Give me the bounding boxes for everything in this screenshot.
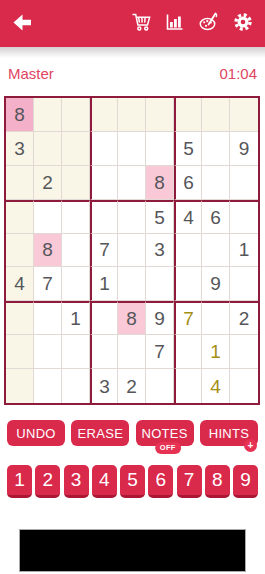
hints-label: HINTS bbox=[209, 426, 250, 441]
sudoku-cell-r8c1[interactable] bbox=[6, 335, 34, 369]
settings-gear-icon bbox=[232, 11, 254, 36]
ad-banner[interactable] bbox=[19, 529, 246, 572]
sudoku-cell-r2c5[interactable] bbox=[118, 132, 146, 166]
sudoku-cell-r5c1[interactable] bbox=[6, 234, 34, 268]
sudoku-cell-r1c1[interactable]: 8 bbox=[6, 98, 34, 132]
sudoku-cell-r3c6[interactable]: 8 bbox=[146, 166, 174, 200]
sudoku-board: 8359286546873147191897271324 bbox=[4, 96, 260, 405]
sudoku-cell-r2c9[interactable]: 9 bbox=[230, 132, 258, 166]
sudoku-cell-r8c6[interactable]: 7 bbox=[146, 335, 174, 369]
sudoku-cell-r1c5[interactable] bbox=[118, 98, 146, 132]
sudoku-cell-r4c2[interactable] bbox=[34, 200, 62, 234]
settings-button[interactable] bbox=[232, 11, 254, 36]
sudoku-cell-r8c4[interactable] bbox=[90, 335, 118, 369]
sudoku-cell-r9c5[interactable]: 2 bbox=[118, 369, 146, 403]
sudoku-cell-r2c1[interactable]: 3 bbox=[6, 132, 34, 166]
sudoku-cell-r6c8[interactable]: 9 bbox=[202, 267, 230, 301]
sudoku-cell-r7c7[interactable]: 7 bbox=[174, 301, 202, 335]
sudoku-cell-r4c9[interactable] bbox=[230, 200, 258, 234]
sudoku-cell-r9c3[interactable] bbox=[62, 369, 90, 403]
sudoku-cell-r2c7[interactable]: 5 bbox=[174, 132, 202, 166]
sudoku-cell-r8c8[interactable]: 1 bbox=[202, 335, 230, 369]
sudoku-cell-r1c3[interactable] bbox=[62, 98, 90, 132]
sudoku-cell-r8c7[interactable] bbox=[174, 335, 202, 369]
sudoku-cell-r6c9[interactable] bbox=[230, 267, 258, 301]
shopping-cart-icon bbox=[131, 12, 152, 35]
sudoku-cell-r6c1[interactable]: 4 bbox=[6, 267, 34, 301]
numpad-button-1[interactable]: 1 bbox=[7, 465, 32, 498]
sudoku-app: Master 01:04 835928654687314719189727132… bbox=[0, 0, 265, 574]
sudoku-cell-r7c8[interactable] bbox=[202, 301, 230, 335]
hints-plus-badge: + bbox=[244, 439, 257, 452]
sudoku-cell-r2c6[interactable] bbox=[146, 132, 174, 166]
sudoku-cell-r5c2[interactable]: 8 bbox=[34, 234, 62, 268]
sudoku-cell-r6c6[interactable] bbox=[146, 267, 174, 301]
sudoku-cell-r1c2[interactable] bbox=[34, 98, 62, 132]
topbar-icon-group bbox=[131, 11, 254, 36]
notes-label: NOTES bbox=[142, 426, 188, 441]
sudoku-cell-r1c9[interactable] bbox=[230, 98, 258, 132]
sudoku-cell-r3c8[interactable] bbox=[202, 166, 230, 200]
sudoku-cell-r9c9[interactable] bbox=[230, 369, 258, 403]
sudoku-cell-r5c7[interactable] bbox=[174, 234, 202, 268]
numpad-button-7[interactable]: 7 bbox=[177, 465, 202, 498]
sudoku-cell-r4c4[interactable] bbox=[90, 200, 118, 234]
sudoku-cell-r3c4[interactable] bbox=[90, 166, 118, 200]
undo-label: UNDO bbox=[16, 426, 55, 441]
sudoku-cell-r3c2[interactable]: 2 bbox=[34, 166, 62, 200]
sudoku-cell-r7c4[interactable] bbox=[90, 301, 118, 335]
numpad-button-6[interactable]: 6 bbox=[148, 465, 173, 498]
notes-button[interactable]: NOTES OFF bbox=[136, 420, 194, 446]
sudoku-cell-r3c7[interactable]: 6 bbox=[174, 166, 202, 200]
sudoku-cell-r9c2[interactable] bbox=[34, 369, 62, 403]
erase-button[interactable]: ERASE bbox=[71, 420, 129, 446]
sudoku-cell-r5c5[interactable] bbox=[118, 234, 146, 268]
sudoku-cell-r8c3[interactable] bbox=[62, 335, 90, 369]
action-bar: UNDO ERASE NOTES OFF HINTS + bbox=[7, 420, 258, 446]
shop-button[interactable] bbox=[131, 12, 152, 35]
statistics-button[interactable] bbox=[165, 12, 185, 35]
sudoku-cell-r4c5[interactable] bbox=[118, 200, 146, 234]
sudoku-cell-r4c3[interactable] bbox=[62, 200, 90, 234]
numpad-button-4[interactable]: 4 bbox=[92, 465, 117, 498]
sudoku-cell-r2c4[interactable] bbox=[90, 132, 118, 166]
back-button[interactable] bbox=[10, 12, 34, 36]
sudoku-cell-r8c2[interactable] bbox=[34, 335, 62, 369]
sudoku-cell-r2c8[interactable] bbox=[202, 132, 230, 166]
sudoku-cell-r3c5[interactable] bbox=[118, 166, 146, 200]
sudoku-cell-r5c9[interactable]: 1 bbox=[230, 234, 258, 268]
sudoku-cell-r4c1[interactable] bbox=[6, 200, 34, 234]
sudoku-cell-r4c8[interactable]: 6 bbox=[202, 200, 230, 234]
sudoku-cell-r5c3[interactable] bbox=[62, 234, 90, 268]
sudoku-cell-r6c7[interactable] bbox=[174, 267, 202, 301]
sudoku-cell-r1c7[interactable] bbox=[174, 98, 202, 132]
sudoku-cell-r7c9[interactable]: 2 bbox=[230, 301, 258, 335]
sudoku-cell-r2c2[interactable] bbox=[34, 132, 62, 166]
sudoku-cell-r3c9[interactable] bbox=[230, 166, 258, 200]
numpad-button-5[interactable]: 5 bbox=[120, 465, 145, 498]
sudoku-cell-r7c2[interactable] bbox=[34, 301, 62, 335]
sudoku-cell-r1c6[interactable] bbox=[146, 98, 174, 132]
sudoku-cell-r7c1[interactable] bbox=[6, 301, 34, 335]
sudoku-cell-r1c8[interactable] bbox=[202, 98, 230, 132]
numpad-button-9[interactable]: 9 bbox=[233, 465, 258, 498]
sudoku-cell-r9c4[interactable]: 3 bbox=[90, 369, 118, 403]
sudoku-cell-r1c4[interactable] bbox=[90, 98, 118, 132]
top-bar bbox=[0, 0, 265, 47]
timer-value: 01:04 bbox=[219, 65, 257, 82]
numpad-button-8[interactable]: 8 bbox=[205, 465, 230, 498]
sudoku-cell-r6c5[interactable] bbox=[118, 267, 146, 301]
sudoku-cell-r5c6[interactable]: 3 bbox=[146, 234, 174, 268]
sudoku-cell-r4c6[interactable]: 5 bbox=[146, 200, 174, 234]
difficulty-label: Master bbox=[8, 65, 54, 82]
sudoku-cell-r7c3[interactable]: 1 bbox=[62, 301, 90, 335]
sudoku-cell-r4c7[interactable]: 4 bbox=[174, 200, 202, 234]
hints-button[interactable]: HINTS + bbox=[200, 420, 258, 446]
sudoku-cell-r9c7[interactable] bbox=[174, 369, 202, 403]
numpad-button-3[interactable]: 3 bbox=[64, 465, 89, 498]
status-row: Master 01:04 bbox=[0, 47, 265, 83]
number-pad: 123456789 bbox=[7, 465, 258, 498]
numpad-button-2[interactable]: 2 bbox=[35, 465, 60, 498]
sudoku-cell-r7c6[interactable]: 9 bbox=[146, 301, 174, 335]
erase-label: ERASE bbox=[78, 426, 124, 441]
sudoku-cell-r7c5[interactable]: 8 bbox=[118, 301, 146, 335]
sudoku-cell-r8c9[interactable] bbox=[230, 335, 258, 369]
sudoku-cell-r3c3[interactable] bbox=[62, 166, 90, 200]
sudoku-cell-r5c8[interactable] bbox=[202, 234, 230, 268]
sudoku-cell-r2c3[interactable] bbox=[62, 132, 90, 166]
sudoku-cell-r3c1[interactable] bbox=[6, 166, 34, 200]
statistics-bars-icon bbox=[165, 12, 185, 35]
theme-button[interactable] bbox=[198, 12, 219, 35]
sudoku-cell-r5c4[interactable]: 7 bbox=[90, 234, 118, 268]
sudoku-cell-r9c8[interactable]: 4 bbox=[202, 369, 230, 403]
sudoku-cell-r6c2[interactable]: 7 bbox=[34, 267, 62, 301]
back-arrow-icon bbox=[10, 12, 34, 36]
undo-button[interactable]: UNDO bbox=[7, 420, 65, 446]
sudoku-cell-r9c6[interactable] bbox=[146, 369, 174, 403]
sudoku-cell-r6c4[interactable]: 1 bbox=[90, 267, 118, 301]
notes-toggle-badge: OFF bbox=[155, 442, 181, 454]
sudoku-cell-r6c3[interactable] bbox=[62, 267, 90, 301]
sudoku-cell-r9c1[interactable] bbox=[6, 369, 34, 403]
theme-palette-icon bbox=[198, 12, 219, 35]
sudoku-cell-r8c5[interactable] bbox=[118, 335, 146, 369]
